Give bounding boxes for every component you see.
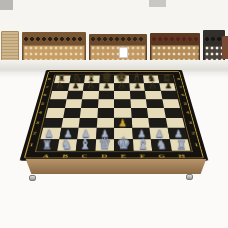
square-f7: ♟ xyxy=(129,83,145,91)
piece-black-pawn-d7: ♟ xyxy=(102,82,110,90)
square-h4 xyxy=(164,108,183,118)
square-f1: ♝ xyxy=(132,139,152,151)
square-d6 xyxy=(98,91,114,99)
square-h1: ♜ xyxy=(169,139,190,151)
file-label-d: D xyxy=(101,153,107,159)
square-d7: ♟ xyxy=(99,83,114,91)
rank-label-7: 7 xyxy=(179,85,183,88)
square-b6 xyxy=(66,91,83,99)
rank-label-5: 5 xyxy=(41,102,45,105)
file-label-h: H xyxy=(178,153,186,159)
file-label-c: C xyxy=(81,153,88,159)
square-f3 xyxy=(131,118,149,128)
set-back-pieces-row xyxy=(205,35,223,44)
square-b3 xyxy=(61,118,80,128)
board-wooden-edge xyxy=(22,159,210,174)
square-c3 xyxy=(79,118,97,128)
square-g5 xyxy=(146,99,164,108)
piece-silver-knight-g1: ♞ xyxy=(156,138,167,151)
piece-silver-bishop-c1: ♝ xyxy=(79,137,91,151)
rank-label-8: 8 xyxy=(177,78,180,81)
square-a3 xyxy=(43,118,63,128)
square-g1: ♞ xyxy=(151,139,172,151)
square-a5 xyxy=(48,99,66,108)
square-c5 xyxy=(81,99,98,108)
square-e1: ♚ xyxy=(114,139,133,151)
piece-black-pawn-g7: ♟ xyxy=(149,82,157,90)
square-g4 xyxy=(147,108,165,118)
file-label-e: E xyxy=(121,153,127,159)
square-a4 xyxy=(46,108,65,118)
product-photo: ♜♞♝♛♚♝♞♜♟♟♟♟♟♟♟♟♟♟♟♟♟♟♟♟♜♞♝♛♚♝♞♜ ABCDEFG… xyxy=(0,0,228,228)
square-c4 xyxy=(80,108,98,118)
rank-label-4: 4 xyxy=(38,111,42,114)
square-e5 xyxy=(114,99,131,108)
square-f4 xyxy=(131,108,149,118)
piece-black-pawn-a7: ♟ xyxy=(56,82,64,90)
piece-black-pawn-f7: ♟ xyxy=(133,82,141,90)
square-d3 xyxy=(96,118,114,128)
rank-label-3: 3 xyxy=(188,121,192,125)
rank-label-2: 2 xyxy=(191,131,195,135)
file-label-f: F xyxy=(140,153,146,159)
upper-shelf-item xyxy=(0,0,13,10)
upper-shelf-item xyxy=(149,0,166,7)
rank-label-3: 3 xyxy=(35,121,39,125)
piece-silver-rook-h1: ♜ xyxy=(176,139,186,151)
square-h5 xyxy=(162,99,180,108)
rank-label-2: 2 xyxy=(33,131,37,135)
square-g7: ♟ xyxy=(144,83,160,91)
set-board xyxy=(204,45,224,61)
rank-label-7: 7 xyxy=(45,85,49,88)
square-f6 xyxy=(129,91,145,99)
square-h6 xyxy=(160,91,177,99)
square-a6 xyxy=(50,91,67,99)
hinge-icon xyxy=(29,175,36,181)
board-grid: ♜♞♝♛♚♝♞♜♟♟♟♟♟♟♟♟♟♟♟♟♟♟♟♟♜♞♝♛♚♝♞♜ xyxy=(38,76,191,151)
rank-label-8: 8 xyxy=(48,78,51,81)
rank-label-5: 5 xyxy=(183,102,187,105)
piece-silver-king-e1: ♚ xyxy=(116,135,131,151)
square-g3 xyxy=(148,118,167,128)
file-label-b: B xyxy=(62,153,68,159)
rank-label-6: 6 xyxy=(181,93,185,96)
square-c6 xyxy=(82,91,98,99)
square-c1: ♝ xyxy=(76,139,96,151)
hinge-icon xyxy=(186,174,193,180)
chess-board: ♜♞♝♛♚♝♞♜♟♟♟♟♟♟♟♟♟♟♟♟♟♟♟♟♜♞♝♛♚♝♞♜ ABCDEFG… xyxy=(20,70,209,161)
rank-label-1: 1 xyxy=(29,143,34,147)
piece-black-pawn-e7: ♟ xyxy=(118,82,126,90)
square-d5 xyxy=(98,99,115,108)
square-g6 xyxy=(145,91,162,99)
rank-label-1: 1 xyxy=(194,143,199,147)
carved-beige-box-set xyxy=(1,31,19,62)
piece-silver-queen-d1: ♛ xyxy=(98,136,112,151)
square-e7: ♟ xyxy=(114,83,129,91)
square-b1: ♞ xyxy=(57,139,78,151)
piece-black-pawn-h7: ♟ xyxy=(164,82,172,90)
piece-silver-pawn-e3: ♟ xyxy=(119,118,128,128)
file-labels: ABCDEFGH xyxy=(35,153,192,159)
square-b7: ♟ xyxy=(68,83,84,91)
file-label-g: G xyxy=(158,153,165,159)
square-e3: ♟ xyxy=(114,118,132,128)
piece-silver-bishop-f1: ♝ xyxy=(136,137,148,151)
rank-label-6: 6 xyxy=(43,93,47,96)
rank-label-4: 4 xyxy=(186,111,190,114)
piece-black-pawn-b7: ♟ xyxy=(72,82,80,90)
square-e6 xyxy=(114,91,130,99)
background-item xyxy=(222,36,228,59)
piece-silver-rook-a1: ♜ xyxy=(42,139,52,151)
square-h7: ♟ xyxy=(159,83,176,91)
square-a1: ♜ xyxy=(38,139,59,151)
square-d4 xyxy=(97,108,114,118)
square-h3 xyxy=(165,118,185,128)
square-b5 xyxy=(65,99,83,108)
square-f5 xyxy=(130,99,147,108)
square-c7: ♟ xyxy=(83,83,99,91)
file-label-a: A xyxy=(42,153,49,159)
square-b4 xyxy=(63,108,81,118)
square-d1: ♛ xyxy=(95,139,114,151)
piece-black-pawn-c7: ♟ xyxy=(87,82,95,90)
square-a7: ♟ xyxy=(52,83,69,91)
piece-silver-knight-b1: ♞ xyxy=(60,138,71,151)
